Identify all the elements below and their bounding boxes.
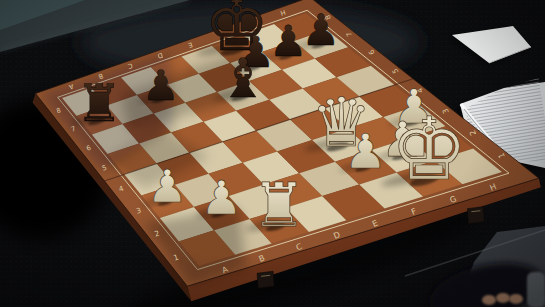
vignette bbox=[0, 0, 545, 307]
chessboard-photo-scene: AABBCCDDEEFFGGHH1122334455667788♟♚♟♟♝♟♜♟… bbox=[0, 0, 545, 307]
scene-svg: AABBCCDDEEFFGGHH1122334455667788♟♚♟♟♝♟♜♟… bbox=[0, 0, 545, 307]
